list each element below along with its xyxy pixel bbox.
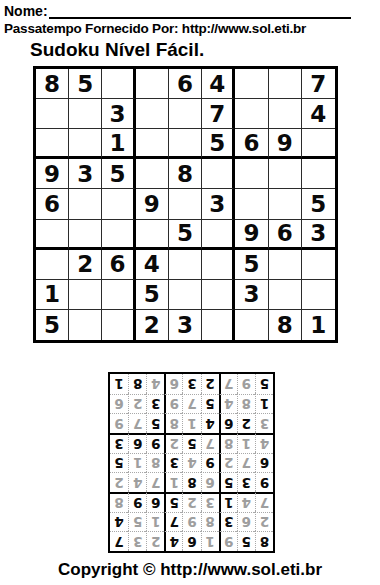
solution-cell-r6c3: 8 — [219, 433, 237, 453]
puzzle-cell-r3c8[interactable]: 9 — [269, 129, 302, 159]
puzzle-cell-r6c3[interactable] — [102, 220, 135, 250]
puzzle-cell-r3c4[interactable] — [136, 129, 169, 159]
solution-cell-r2c8: 5 — [128, 512, 146, 532]
puzzle-cell-r7c7[interactable]: 5 — [235, 250, 268, 280]
solution-cell-r9c2: 9 — [237, 374, 255, 394]
solution-cell-r9c9: 1 — [110, 374, 128, 394]
solution-cell-r6c1: 4 — [255, 433, 273, 453]
solution-cell-r3c6: 5 — [164, 492, 182, 512]
sudoku-puzzle-grid: 856473741569935869355963264515352381 — [33, 66, 338, 343]
puzzle-cell-r3c2[interactable] — [69, 129, 102, 159]
puzzle-cell-r6c9[interactable]: 3 — [302, 220, 335, 250]
puzzle-cell-r9c6[interactable] — [202, 310, 235, 340]
solution-cell-r8c5: 7 — [182, 394, 200, 414]
puzzle-cell-r7c6[interactable] — [202, 250, 235, 280]
name-underline — [49, 4, 351, 19]
puzzle-cell-r9c8[interactable]: 8 — [269, 310, 302, 340]
solution-cell-r4c7: 7 — [146, 472, 164, 492]
puzzle-cell-r9c1[interactable]: 5 — [36, 310, 69, 340]
solution-cell-r8c6: 9 — [164, 394, 182, 414]
puzzle-cell-r5c4[interactable]: 9 — [136, 189, 169, 219]
solution-cell-r5c8: 1 — [128, 453, 146, 473]
solution-cell-r1c8: 3 — [128, 531, 146, 551]
puzzle-cell-r7c4[interactable]: 4 — [136, 250, 169, 280]
puzzle-cell-r6c4[interactable] — [136, 220, 169, 250]
puzzle-cell-r3c6[interactable]: 5 — [202, 129, 235, 159]
solution-cell-r5c5: 4 — [182, 453, 200, 473]
puzzle-cell-r6c7[interactable]: 9 — [235, 220, 268, 250]
solution-cell-r4c9: 2 — [110, 472, 128, 492]
puzzle-cell-r4c5[interactable]: 8 — [169, 159, 202, 189]
puzzle-cell-r7c3[interactable]: 6 — [102, 250, 135, 280]
solution-cell-r9c5: 3 — [182, 374, 200, 394]
solution-cell-r4c3: 5 — [219, 472, 237, 492]
puzzle-cell-r5c5[interactable] — [169, 189, 202, 219]
solution-cell-r4c1: 9 — [255, 472, 273, 492]
solution-cell-r6c7: 9 — [146, 433, 164, 453]
name-field-row: Nome: — [4, 3, 351, 19]
puzzle-cell-r1c5[interactable]: 6 — [169, 69, 202, 99]
solution-cell-r9c1: 5 — [255, 374, 273, 394]
solution-cell-r3c2: 4 — [237, 492, 255, 512]
puzzle-cell-r5c2[interactable] — [69, 189, 102, 219]
puzzle-cell-r5c1[interactable]: 6 — [36, 189, 69, 219]
solution-cell-r7c4: 4 — [201, 413, 219, 433]
solution-cell-r2c9: 4 — [110, 512, 128, 532]
solution-cell-r9c6: 6 — [164, 374, 182, 394]
puzzle-cell-r6c5[interactable]: 5 — [169, 220, 202, 250]
solution-cell-r8c3: 4 — [219, 394, 237, 414]
puzzle-cell-r4c8[interactable] — [269, 159, 302, 189]
solution-cell-r8c2: 8 — [237, 394, 255, 414]
solution-cell-r2c6: 7 — [164, 512, 182, 532]
solution-cell-r7c8: 7 — [128, 413, 146, 433]
puzzle-cell-r8c5[interactable] — [169, 280, 202, 310]
solution-cell-r1c5: 6 — [182, 531, 200, 551]
solution-cell-r7c2: 2 — [237, 413, 255, 433]
puzzle-cell-r7c9[interactable] — [302, 250, 335, 280]
solution-cell-r1c1: 8 — [255, 531, 273, 551]
puzzle-cell-r2c7[interactable] — [235, 99, 268, 129]
puzzle-cell-r4c4[interactable] — [136, 159, 169, 189]
solution-cell-r8c7: 3 — [146, 394, 164, 414]
puzzle-cell-r5c7[interactable] — [235, 189, 268, 219]
puzzle-cell-r7c5[interactable] — [169, 250, 202, 280]
solution-cell-r3c4: 3 — [201, 492, 219, 512]
solution-cell-r6c2: 1 — [237, 433, 255, 453]
solution-cell-r7c6: 8 — [164, 413, 182, 433]
solution-cell-r6c5: 5 — [182, 433, 200, 453]
solution-cell-r5c2: 7 — [237, 453, 255, 473]
solution-cell-r1c9: 7 — [110, 531, 128, 551]
puzzle-cell-r1c4[interactable] — [136, 69, 169, 99]
solution-cell-r3c7: 6 — [146, 492, 164, 512]
solution-cell-r2c4: 8 — [201, 512, 219, 532]
provider-text: Passatempo Fornecido Por: http://www.sol… — [4, 21, 306, 36]
solution-cell-r5c4: 9 — [201, 453, 219, 473]
puzzle-cell-r8c9[interactable] — [302, 280, 335, 310]
puzzle-cell-r4c6[interactable] — [202, 159, 235, 189]
solution-cell-r7c9: 9 — [110, 413, 128, 433]
puzzle-cell-r2c6[interactable]: 7 — [202, 99, 235, 129]
puzzle-cell-r4c7[interactable] — [235, 159, 268, 189]
solution-cell-r4c5: 8 — [182, 472, 200, 492]
puzzle-cell-r6c6[interactable] — [202, 220, 235, 250]
solution-cell-r3c3: 1 — [219, 492, 237, 512]
name-label: Nome: — [4, 3, 48, 19]
puzzle-cell-r2c3[interactable]: 3 — [102, 99, 135, 129]
puzzle-cell-r5c8[interactable] — [269, 189, 302, 219]
puzzle-cell-r3c5[interactable] — [169, 129, 202, 159]
puzzle-cell-r2c8[interactable] — [269, 99, 302, 129]
solution-cell-r7c7: 5 — [146, 413, 164, 433]
page-title: Sudoku Nível Fácil. — [30, 39, 204, 61]
puzzle-cell-r6c8[interactable]: 6 — [269, 220, 302, 250]
puzzle-cell-r2c1[interactable] — [36, 99, 69, 129]
puzzle-cell-r8c4[interactable]: 5 — [136, 280, 169, 310]
solution-cell-r1c3: 9 — [219, 531, 237, 551]
solution-cell-r2c1: 2 — [255, 512, 273, 532]
solution-cell-r9c4: 2 — [201, 374, 219, 394]
solution-cell-r5c1: 6 — [255, 453, 273, 473]
solution-cell-r5c3: 2 — [219, 453, 237, 473]
solution-cell-r9c7: 4 — [146, 374, 164, 394]
puzzle-cell-r1c6[interactable]: 4 — [202, 69, 235, 99]
puzzle-cell-r7c2[interactable]: 2 — [69, 250, 102, 280]
solution-cell-r5c7: 8 — [146, 453, 164, 473]
solution-cell-r3c8: 9 — [128, 492, 146, 512]
puzzle-cell-r9c9[interactable]: 1 — [302, 310, 335, 340]
solution-cell-r1c4: 1 — [201, 531, 219, 551]
puzzle-cell-r1c2[interactable]: 5 — [69, 69, 102, 99]
puzzle-cell-r4c1[interactable]: 9 — [36, 159, 69, 189]
puzzle-cell-r3c7[interactable]: 6 — [235, 129, 268, 159]
puzzle-cell-r8c7[interactable]: 3 — [235, 280, 268, 310]
puzzle-cell-r4c3[interactable]: 5 — [102, 159, 135, 189]
puzzle-cell-r9c2[interactable] — [69, 310, 102, 340]
solution-cell-r6c8: 6 — [128, 433, 146, 453]
solution-cell-r7c5: 1 — [182, 413, 200, 433]
solution-cell-r8c9: 6 — [110, 394, 128, 414]
puzzle-cell-r8c2[interactable] — [69, 280, 102, 310]
puzzle-cell-r2c2[interactable] — [69, 99, 102, 129]
solution-cell-r6c9: 3 — [110, 433, 128, 453]
solution-cell-r4c8: 4 — [128, 472, 146, 492]
solution-cell-r6c6: 2 — [164, 433, 182, 453]
puzzle-cell-r2c5[interactable] — [169, 99, 202, 129]
puzzle-cell-r6c2[interactable] — [69, 220, 102, 250]
puzzle-cell-r8c8[interactable] — [269, 280, 302, 310]
puzzle-cell-r5c3[interactable] — [102, 189, 135, 219]
sudoku-solution-grid-rotated: 8591642372638971547413256989356817426729… — [108, 372, 275, 553]
puzzle-cell-r5c6[interactable]: 3 — [202, 189, 235, 219]
solution-cell-r4c4: 6 — [201, 472, 219, 492]
solution-cell-r4c6: 1 — [164, 472, 182, 492]
solution-cell-r8c4: 5 — [201, 394, 219, 414]
solution-cell-r5c6: 3 — [164, 453, 182, 473]
solution-cell-r2c3: 3 — [219, 512, 237, 532]
puzzle-cell-r8c3[interactable] — [102, 280, 135, 310]
puzzle-cell-r9c4[interactable]: 2 — [136, 310, 169, 340]
puzzle-cell-r9c3[interactable] — [102, 310, 135, 340]
solution-cell-r1c6: 4 — [164, 531, 182, 551]
solution-cell-r7c1: 3 — [255, 413, 273, 433]
solution-cell-r8c1: 1 — [255, 394, 273, 414]
puzzle-cell-r3c1[interactable] — [36, 129, 69, 159]
puzzle-cell-r6c1[interactable] — [36, 220, 69, 250]
puzzle-cell-r5c9[interactable]: 5 — [302, 189, 335, 219]
solution-cell-r2c2: 6 — [237, 512, 255, 532]
puzzle-cell-r7c1[interactable] — [36, 250, 69, 280]
solution-cell-r9c3: 7 — [219, 374, 237, 394]
puzzle-cell-r4c2[interactable]: 3 — [69, 159, 102, 189]
solution-cell-r5c9: 5 — [110, 453, 128, 473]
solution-cell-r3c5: 2 — [182, 492, 200, 512]
copyright-text: Copyright © http://www.sol.eti.br — [0, 560, 380, 580]
puzzle-cell-r1c9[interactable]: 7 — [302, 69, 335, 99]
solution-cell-r1c2: 5 — [237, 531, 255, 551]
puzzle-cell-r8c6[interactable] — [202, 280, 235, 310]
puzzle-cell-r4c9[interactable] — [302, 159, 335, 189]
puzzle-cell-r1c8[interactable] — [269, 69, 302, 99]
solution-cell-r3c1: 7 — [255, 492, 273, 512]
puzzle-cell-r3c9[interactable] — [302, 129, 335, 159]
solution-cell-r7c3: 6 — [219, 413, 237, 433]
puzzle-cell-r2c4[interactable] — [136, 99, 169, 129]
puzzle-cell-r7c8[interactable] — [269, 250, 302, 280]
puzzle-cell-r1c1[interactable]: 8 — [36, 69, 69, 99]
puzzle-cell-r3c3[interactable]: 1 — [102, 129, 135, 159]
solution-cell-r2c7: 1 — [146, 512, 164, 532]
puzzle-cell-r1c7[interactable] — [235, 69, 268, 99]
puzzle-cell-r9c7[interactable] — [235, 310, 268, 340]
puzzle-cell-r2c9[interactable]: 4 — [302, 99, 335, 129]
puzzle-cell-r8c1[interactable]: 1 — [36, 280, 69, 310]
solution-cell-r4c2: 3 — [237, 472, 255, 492]
solution-cell-r8c8: 2 — [128, 394, 146, 414]
puzzle-cell-r9c5[interactable]: 3 — [169, 310, 202, 340]
solution-cell-r3c9: 8 — [110, 492, 128, 512]
solution-cell-r6c4: 7 — [201, 433, 219, 453]
solution-cell-r9c8: 8 — [128, 374, 146, 394]
solution-cell-r2c5: 9 — [182, 512, 200, 532]
puzzle-cell-r1c3[interactable] — [102, 69, 135, 99]
solution-cell-r1c7: 2 — [146, 531, 164, 551]
